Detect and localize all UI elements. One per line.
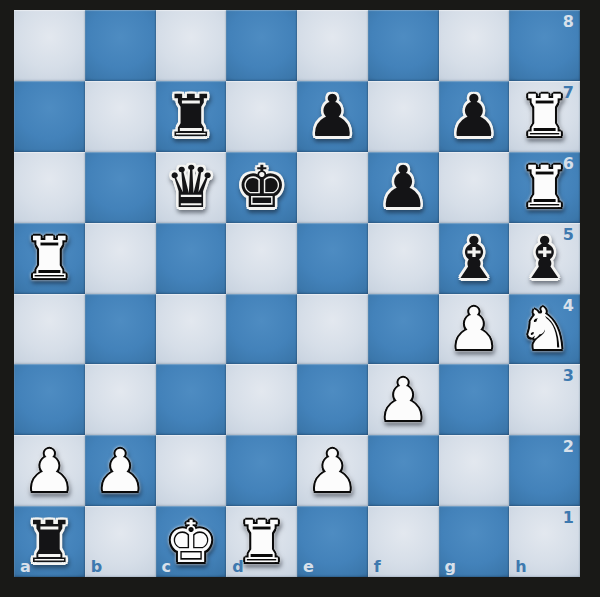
square-a5[interactable]: ♜	[14, 223, 85, 294]
square-e5[interactable]	[297, 223, 368, 294]
piece-black-king[interactable]: ♚	[226, 152, 297, 223]
square-g8[interactable]	[439, 10, 510, 81]
square-g4[interactable]: ♟	[439, 294, 510, 365]
file-label-g: g	[445, 557, 456, 576]
square-e4[interactable]	[297, 294, 368, 365]
piece-black-bishop[interactable]: ♝	[439, 223, 510, 294]
square-d4[interactable]	[226, 294, 297, 365]
square-h7[interactable]: 7♜	[509, 81, 580, 152]
square-f7[interactable]	[368, 81, 439, 152]
square-g3[interactable]	[439, 364, 510, 435]
square-h1[interactable]: 1h	[509, 506, 580, 577]
square-c3[interactable]	[156, 364, 227, 435]
rank-label-1: 1	[563, 508, 574, 527]
square-h4[interactable]: 4♞	[509, 294, 580, 365]
square-f2[interactable]	[368, 435, 439, 506]
piece-white-rook[interactable]: ♜	[509, 81, 580, 152]
square-c2[interactable]	[156, 435, 227, 506]
square-e3[interactable]	[297, 364, 368, 435]
chess-board: 8♜♟♟7♜♛♚♟6♜♜♝5♝♟4♞♟3♟♟♟2a♜bc♚d♜efg1h	[14, 10, 580, 577]
piece-white-rook[interactable]: ♜	[226, 506, 297, 577]
piece-black-rook[interactable]: ♜	[14, 506, 85, 577]
square-d3[interactable]	[226, 364, 297, 435]
square-a6[interactable]	[14, 152, 85, 223]
square-d7[interactable]	[226, 81, 297, 152]
piece-white-pawn[interactable]: ♟	[368, 364, 439, 435]
square-d8[interactable]	[226, 10, 297, 81]
square-e8[interactable]	[297, 10, 368, 81]
square-d2[interactable]	[226, 435, 297, 506]
file-label-h: h	[515, 557, 526, 576]
rank-label-8: 8	[563, 12, 574, 31]
square-c8[interactable]	[156, 10, 227, 81]
piece-white-rook[interactable]: ♜	[509, 152, 580, 223]
square-a7[interactable]	[14, 81, 85, 152]
square-f4[interactable]	[368, 294, 439, 365]
square-a2[interactable]: ♟	[14, 435, 85, 506]
piece-black-pawn[interactable]: ♟	[297, 81, 368, 152]
piece-white-pawn[interactable]: ♟	[439, 294, 510, 365]
square-a4[interactable]	[14, 294, 85, 365]
square-b3[interactable]	[85, 364, 156, 435]
piece-white-rook[interactable]: ♜	[14, 223, 85, 294]
rank-label-3: 3	[563, 366, 574, 385]
piece-white-pawn[interactable]: ♟	[297, 435, 368, 506]
square-c5[interactable]	[156, 223, 227, 294]
piece-black-pawn[interactable]: ♟	[439, 81, 510, 152]
square-h8[interactable]: 8	[509, 10, 580, 81]
square-b7[interactable]	[85, 81, 156, 152]
square-e7[interactable]: ♟	[297, 81, 368, 152]
square-f6[interactable]: ♟	[368, 152, 439, 223]
app-background: 8♜♟♟7♜♛♚♟6♜♜♝5♝♟4♞♟3♟♟♟2a♜bc♚d♜efg1h	[0, 0, 600, 597]
square-b1[interactable]: b	[85, 506, 156, 577]
square-b2[interactable]: ♟	[85, 435, 156, 506]
square-g5[interactable]: ♝	[439, 223, 510, 294]
square-a3[interactable]	[14, 364, 85, 435]
square-f3[interactable]: ♟	[368, 364, 439, 435]
piece-black-pawn[interactable]: ♟	[368, 152, 439, 223]
square-d1[interactable]: d♜	[226, 506, 297, 577]
square-h2[interactable]: 2	[509, 435, 580, 506]
square-b4[interactable]	[85, 294, 156, 365]
rank-label-2: 2	[563, 437, 574, 456]
square-d5[interactable]	[226, 223, 297, 294]
square-h5[interactable]: 5♝	[509, 223, 580, 294]
square-f1[interactable]: f	[368, 506, 439, 577]
piece-white-pawn[interactable]: ♟	[85, 435, 156, 506]
square-b6[interactable]	[85, 152, 156, 223]
square-b5[interactable]	[85, 223, 156, 294]
piece-white-pawn[interactable]: ♟	[14, 435, 85, 506]
square-c6[interactable]: ♛	[156, 152, 227, 223]
square-e6[interactable]	[297, 152, 368, 223]
piece-black-bishop[interactable]: ♝	[509, 223, 580, 294]
piece-black-rook[interactable]: ♜	[156, 81, 227, 152]
square-g1[interactable]: g	[439, 506, 510, 577]
square-f8[interactable]	[368, 10, 439, 81]
square-g7[interactable]: ♟	[439, 81, 510, 152]
square-c1[interactable]: c♚	[156, 506, 227, 577]
square-g6[interactable]	[439, 152, 510, 223]
square-a1[interactable]: a♜	[14, 506, 85, 577]
square-e2[interactable]: ♟	[297, 435, 368, 506]
square-e1[interactable]: e	[297, 506, 368, 577]
file-label-b: b	[91, 557, 102, 576]
piece-white-knight[interactable]: ♞	[509, 294, 580, 365]
square-h3[interactable]: 3	[509, 364, 580, 435]
square-d6[interactable]: ♚	[226, 152, 297, 223]
square-c4[interactable]	[156, 294, 227, 365]
square-a8[interactable]	[14, 10, 85, 81]
file-label-f: f	[374, 557, 381, 576]
square-c7[interactable]: ♜	[156, 81, 227, 152]
square-f5[interactable]	[368, 223, 439, 294]
file-label-e: e	[303, 557, 314, 576]
piece-white-king[interactable]: ♚	[156, 506, 227, 577]
square-h6[interactable]: 6♜	[509, 152, 580, 223]
square-b8[interactable]	[85, 10, 156, 81]
piece-black-queen[interactable]: ♛	[156, 152, 227, 223]
square-g2[interactable]	[439, 435, 510, 506]
